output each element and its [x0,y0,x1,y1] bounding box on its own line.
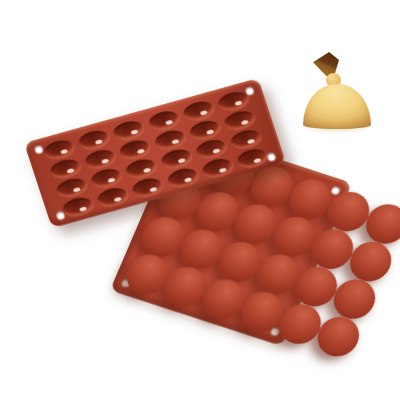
mold-cavity [165,165,199,189]
mold-cavity [48,156,82,180]
mold-cavity [89,165,123,189]
dessert-dome [303,84,371,129]
mold-cavity [42,137,76,161]
mold-cavity [152,127,186,151]
mold-cavity [95,185,129,209]
mold-cavity [146,108,180,132]
mold-cavity [124,156,158,180]
mold-cavity [216,89,250,113]
mold-cavity [235,146,269,170]
product-photo-scene [0,0,400,400]
mold-cavity [130,175,164,199]
mold-cavity [181,98,215,122]
mold-cavity [228,127,262,151]
mold-cavity [200,155,234,179]
mold-cavity [111,118,145,142]
mold-cavity [54,175,88,199]
mold-cavity [193,136,227,160]
mold-cavity [60,194,94,218]
mold-cavity [83,146,117,170]
mold-cavity [187,117,221,141]
mold-cavity [76,127,110,151]
mold-cavity [117,137,151,161]
mold-cavity [159,146,193,170]
mold-cavity [222,108,256,132]
